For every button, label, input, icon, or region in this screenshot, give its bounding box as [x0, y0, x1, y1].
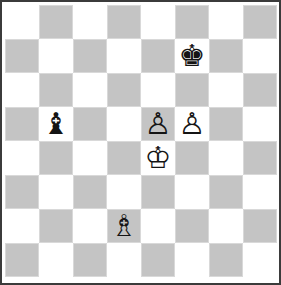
square-c7[interactable] — [73, 39, 107, 73]
square-c3[interactable] — [73, 175, 107, 209]
square-b1[interactable] — [39, 243, 73, 277]
piece-black-bishop-b5[interactable]: ♝ — [39, 107, 73, 141]
square-d8[interactable] — [107, 5, 141, 39]
square-e4[interactable]: ♔ — [141, 141, 175, 175]
square-g5[interactable] — [209, 107, 243, 141]
square-d3[interactable] — [107, 175, 141, 209]
square-f5[interactable]: ♙ — [175, 107, 209, 141]
square-c8[interactable] — [73, 5, 107, 39]
square-g4[interactable] — [209, 141, 243, 175]
square-f7[interactable]: ♚ — [175, 39, 209, 73]
square-h8[interactable] — [243, 5, 277, 39]
square-f4[interactable] — [175, 141, 209, 175]
square-f8[interactable] — [175, 5, 209, 39]
square-d5[interactable] — [107, 107, 141, 141]
square-d6[interactable] — [107, 73, 141, 107]
square-c4[interactable] — [73, 141, 107, 175]
piece-black-king-f7[interactable]: ♚ — [175, 39, 209, 73]
square-a5[interactable] — [5, 107, 39, 141]
square-h3[interactable] — [243, 175, 277, 209]
square-e1[interactable] — [141, 243, 175, 277]
square-c2[interactable] — [73, 209, 107, 243]
square-e5[interactable]: ♙ — [141, 107, 175, 141]
square-a7[interactable] — [5, 39, 39, 73]
square-g7[interactable] — [209, 39, 243, 73]
square-f3[interactable] — [175, 175, 209, 209]
square-g1[interactable] — [209, 243, 243, 277]
square-c6[interactable] — [73, 73, 107, 107]
square-h4[interactable] — [243, 141, 277, 175]
chess-diagram-frame: ♚♝♙♙♔♗ — [0, 0, 281, 285]
square-h2[interactable] — [243, 209, 277, 243]
piece-white-pawn-e5[interactable]: ♙ — [141, 107, 175, 141]
square-f2[interactable] — [175, 209, 209, 243]
square-b6[interactable] — [39, 73, 73, 107]
square-b2[interactable] — [39, 209, 73, 243]
square-d1[interactable] — [107, 243, 141, 277]
square-a4[interactable] — [5, 141, 39, 175]
square-h7[interactable] — [243, 39, 277, 73]
square-h5[interactable] — [243, 107, 277, 141]
piece-white-king-e4[interactable]: ♔ — [141, 141, 175, 175]
square-g8[interactable] — [209, 5, 243, 39]
square-h1[interactable] — [243, 243, 277, 277]
square-f1[interactable] — [175, 243, 209, 277]
square-b4[interactable] — [39, 141, 73, 175]
square-g6[interactable] — [209, 73, 243, 107]
piece-white-bishop-d2[interactable]: ♗ — [107, 209, 141, 243]
square-f6[interactable] — [175, 73, 209, 107]
square-a6[interactable] — [5, 73, 39, 107]
square-d4[interactable] — [107, 141, 141, 175]
square-e2[interactable] — [141, 209, 175, 243]
square-b5[interactable]: ♝ — [39, 107, 73, 141]
square-c5[interactable] — [73, 107, 107, 141]
square-g3[interactable] — [209, 175, 243, 209]
square-g2[interactable] — [209, 209, 243, 243]
square-a8[interactable] — [5, 5, 39, 39]
square-h6[interactable] — [243, 73, 277, 107]
square-b8[interactable] — [39, 5, 73, 39]
square-a1[interactable] — [5, 243, 39, 277]
square-a3[interactable] — [5, 175, 39, 209]
chess-board: ♚♝♙♙♔♗ — [5, 5, 277, 277]
square-c1[interactable] — [73, 243, 107, 277]
square-e3[interactable] — [141, 175, 175, 209]
square-a2[interactable] — [5, 209, 39, 243]
square-b3[interactable] — [39, 175, 73, 209]
piece-white-pawn-f5[interactable]: ♙ — [175, 107, 209, 141]
square-d7[interactable] — [107, 39, 141, 73]
square-d2[interactable]: ♗ — [107, 209, 141, 243]
square-e7[interactable] — [141, 39, 175, 73]
square-e6[interactable] — [141, 73, 175, 107]
square-e8[interactable] — [141, 5, 175, 39]
square-b7[interactable] — [39, 39, 73, 73]
